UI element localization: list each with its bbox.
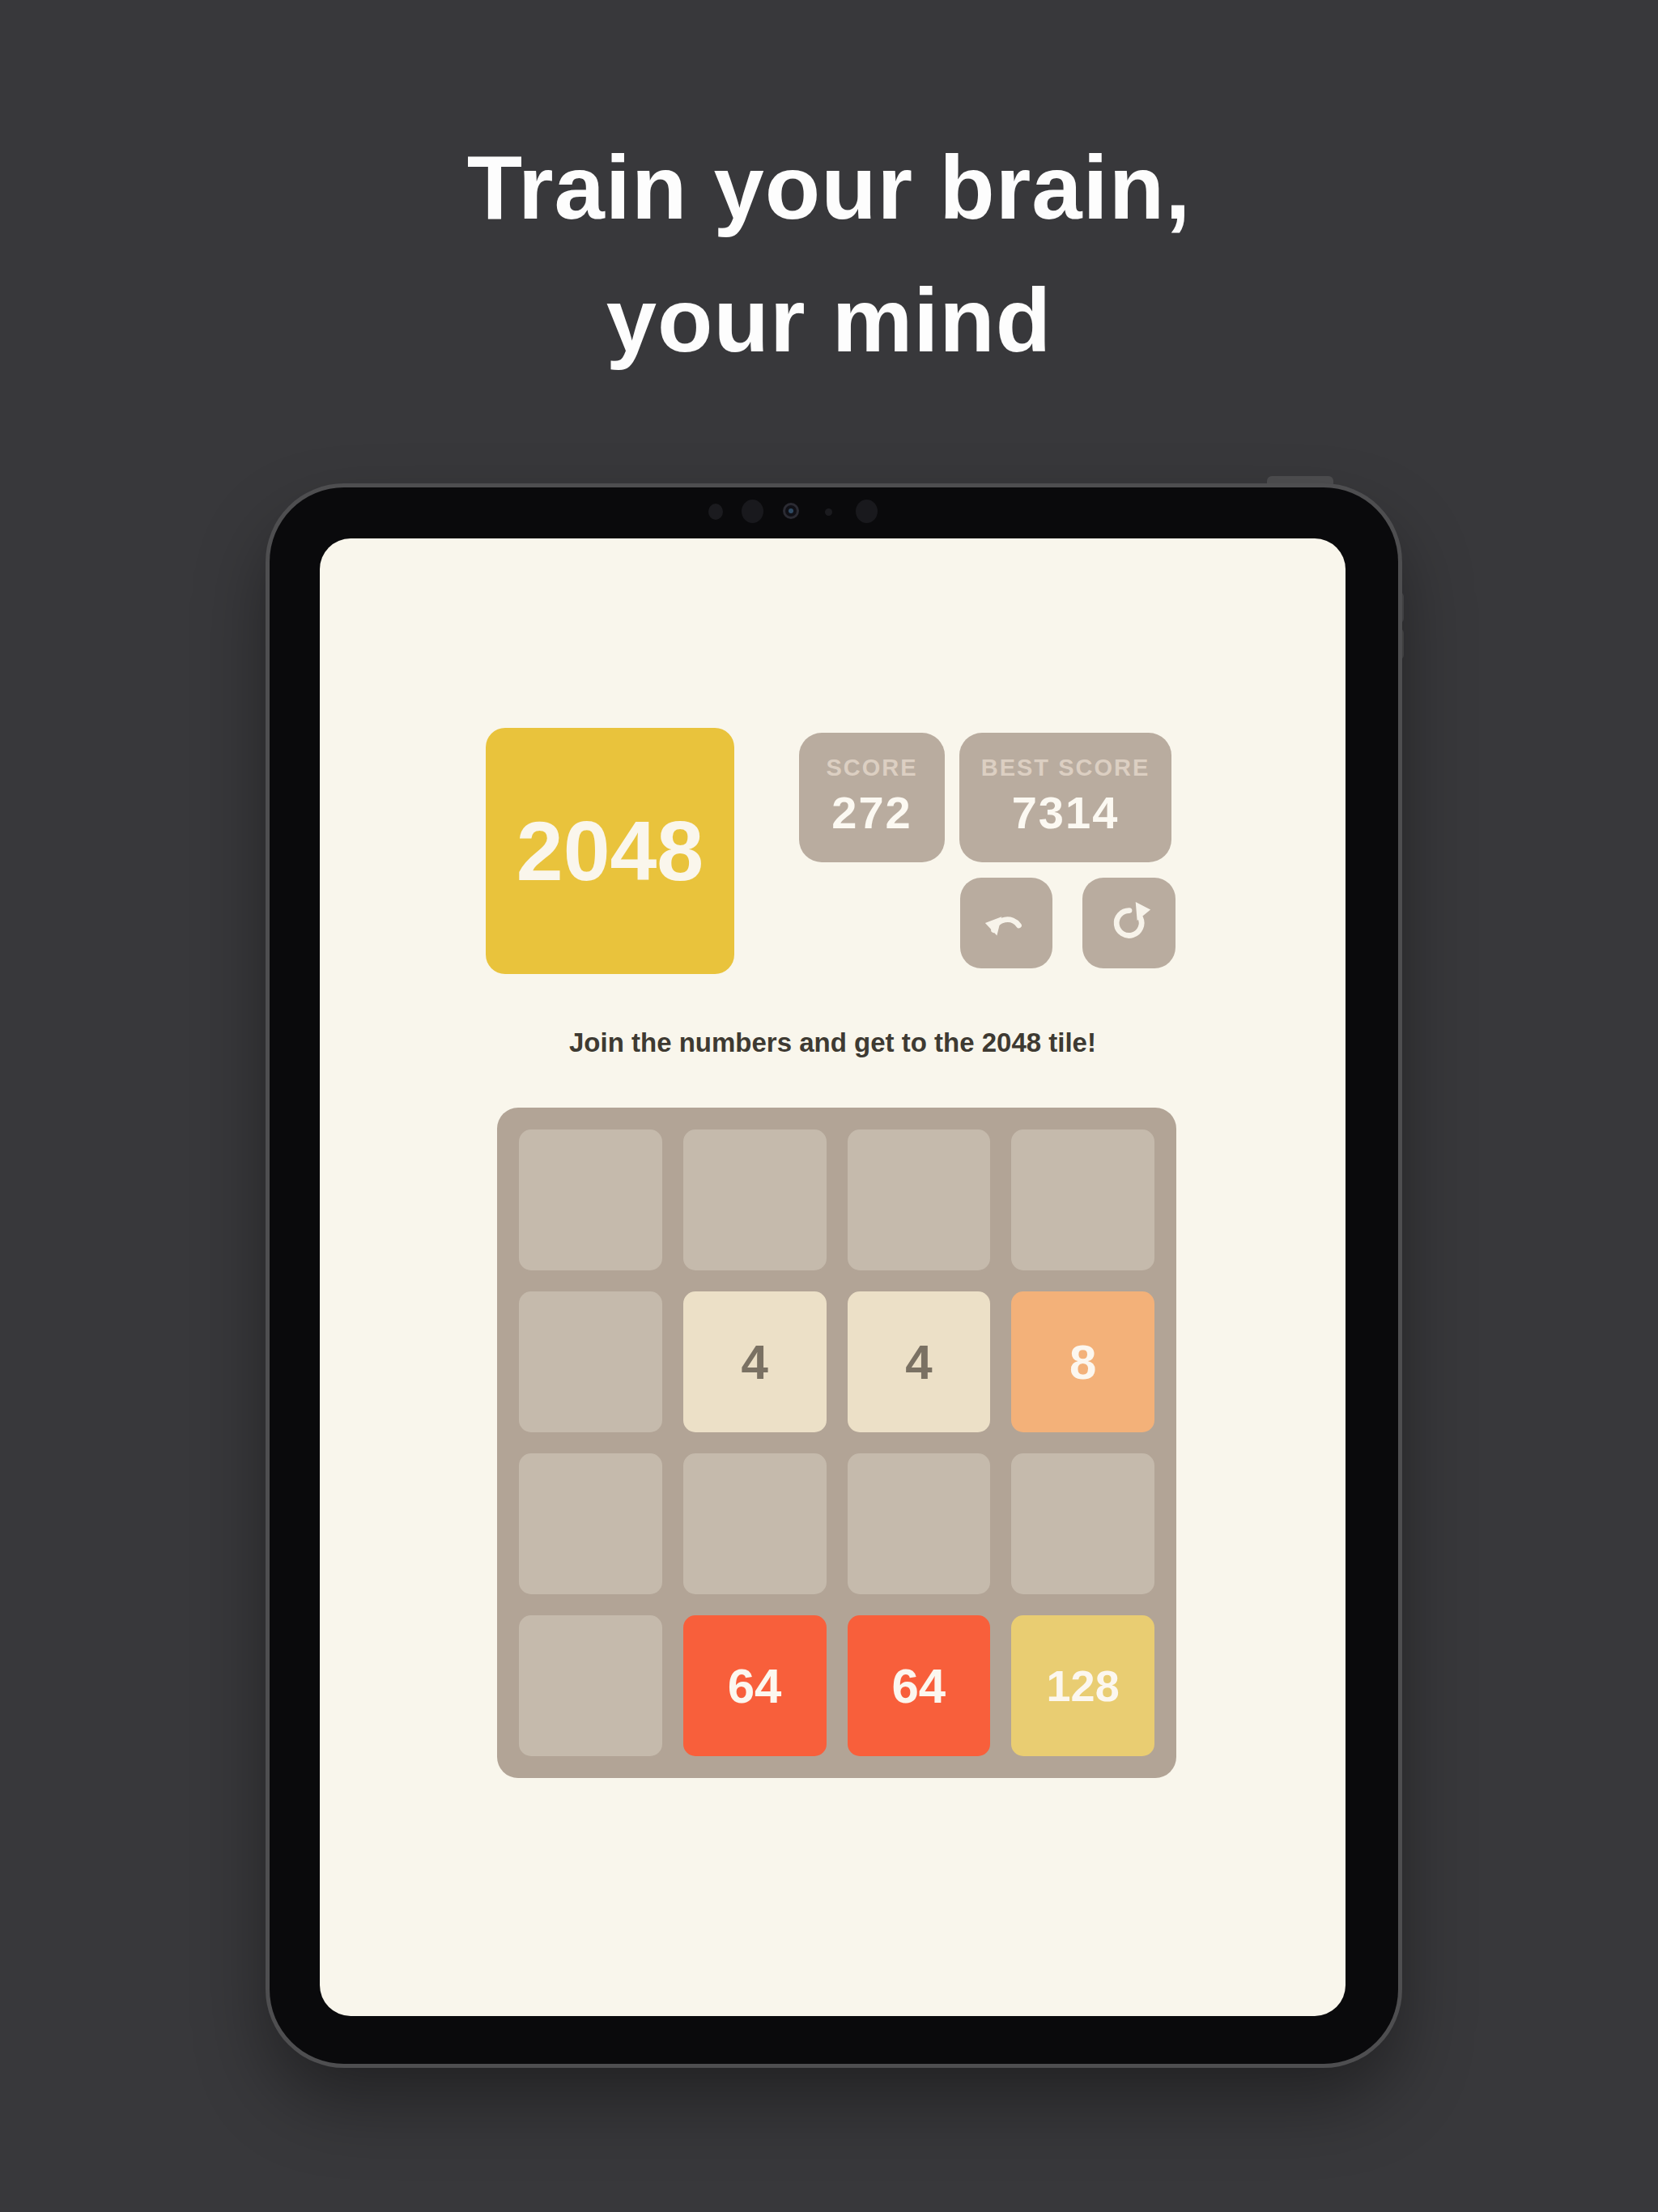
tablet-screen: 2048 SCORE 272 BEST SCORE 7314 Join the … — [320, 538, 1346, 2016]
score-panel: SCORE 272 — [799, 733, 945, 862]
cell-r3c3 — [848, 1453, 991, 1594]
undo-button[interactable] — [960, 878, 1052, 968]
camera-lens-icon — [856, 500, 878, 523]
tagline: Join the numbers and get to the 2048 til… — [320, 1027, 1346, 1058]
cell-r2c3: 4 — [848, 1291, 991, 1432]
best-score-panel: BEST SCORE 7314 — [959, 733, 1171, 862]
cell-r4c4: 128 — [1011, 1615, 1154, 1756]
cell-r4c1 — [519, 1615, 662, 1756]
cell-r2c2: 4 — [683, 1291, 827, 1432]
cell-r1c1 — [519, 1129, 662, 1270]
front-camera-icon — [783, 503, 799, 519]
app-logo: 2048 — [486, 728, 734, 974]
cell-r4c3: 64 — [848, 1615, 991, 1756]
cell-r1c3 — [848, 1129, 991, 1270]
cell-r3c2 — [683, 1453, 827, 1594]
hero-title-line2: your mind — [0, 254, 1658, 387]
camera-sensor-icon — [708, 504, 723, 520]
best-score-value: 7314 — [959, 786, 1171, 839]
cell-r3c4 — [1011, 1453, 1154, 1594]
hero-title: Train your brain, your mind — [0, 121, 1658, 387]
cell-r4c2: 64 — [683, 1615, 827, 1756]
app-logo-text: 2048 — [517, 803, 704, 900]
hero-title-line1: Train your brain, — [0, 121, 1658, 254]
game-board[interactable]: 4 4 8 64 64 128 — [497, 1108, 1176, 1778]
undo-arrow-icon — [983, 900, 1030, 946]
score-label: SCORE — [799, 755, 945, 781]
restart-arrow-icon — [1106, 900, 1153, 946]
cell-r1c4 — [1011, 1129, 1154, 1270]
cell-r2c1 — [519, 1291, 662, 1432]
microphone-dot-icon — [825, 508, 832, 516]
restart-button[interactable] — [1082, 878, 1175, 968]
promo-screenshot: Train your brain, your mind 2048 SCORE 2… — [0, 0, 1658, 2212]
cell-r3c1 — [519, 1453, 662, 1594]
camera-lens-icon — [742, 500, 763, 523]
best-score-label: BEST SCORE — [959, 755, 1171, 781]
cell-r2c4: 8 — [1011, 1291, 1154, 1432]
score-value: 272 — [799, 786, 945, 839]
cell-r1c2 — [683, 1129, 827, 1270]
